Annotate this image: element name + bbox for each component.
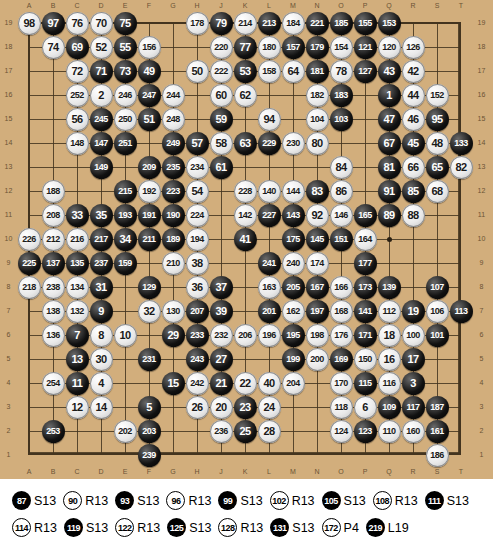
stone-G13: 235 (162, 156, 185, 179)
stone-L14: 229 (258, 132, 281, 155)
stone-H13: 234 (186, 156, 209, 179)
caption-move-stone: 102 (270, 491, 289, 510)
stone-R4: 3 (402, 372, 425, 395)
stone-D4: 4 (90, 372, 113, 395)
column-label: H (185, 467, 209, 477)
column-label: O (329, 1, 353, 11)
stone-K11: 142 (234, 204, 257, 227)
stone-E18: 55 (114, 36, 137, 59)
stone-M7: 162 (282, 300, 305, 323)
row-label: 3 (473, 395, 490, 419)
stone-O19: 185 (330, 12, 353, 35)
stone-T14: 133 (450, 132, 473, 155)
caption-line: 114R13119S13122R13125S13128R13131S13172P… (12, 514, 483, 541)
stone-H6: 233 (186, 324, 209, 347)
stone-N6: 198 (306, 324, 329, 347)
stone-Q13: 81 (378, 156, 401, 179)
stone-A9: 225 (18, 252, 41, 275)
caption-entry: 99S13 (218, 491, 262, 510)
column-label: O (329, 467, 353, 477)
stone-D11: 35 (90, 204, 113, 227)
row-label: 1 (0, 443, 17, 467)
row-label: 15 (0, 107, 17, 131)
stone-R16: 44 (402, 84, 425, 107)
row-label: 5 (0, 347, 17, 371)
caption-move-stone: 219 (366, 518, 385, 537)
stone-F12: 192 (138, 180, 161, 203)
stone-F2: 203 (138, 420, 161, 443)
stone-F11: 191 (138, 204, 161, 227)
stone-C17: 72 (66, 60, 89, 83)
stone-Q15: 47 (378, 108, 401, 131)
column-label: A (17, 467, 41, 477)
stone-N16: 182 (306, 84, 329, 107)
stone-D7: 9 (90, 300, 113, 323)
stone-D6: 8 (90, 324, 113, 347)
stone-L2: 28 (258, 420, 281, 443)
caption-move-stone: 90 (63, 491, 82, 510)
stone-P11: 165 (354, 204, 377, 227)
column-label: K (233, 467, 257, 477)
row-label: 16 (473, 83, 490, 107)
row-label: 11 (0, 203, 17, 227)
column-label: T (449, 467, 473, 477)
caption-move-stone: 131 (270, 518, 289, 537)
row-label: 19 (0, 11, 17, 35)
row-label: 16 (0, 83, 17, 107)
stone-N9: 174 (306, 252, 329, 275)
stone-F7: 32 (138, 300, 161, 323)
column-label: D (89, 1, 113, 11)
caption-point-label: S13 (292, 521, 314, 535)
stone-C11: 33 (66, 204, 89, 227)
stone-M5: 199 (282, 348, 305, 371)
column-label: B (41, 1, 65, 11)
column-label: F (137, 467, 161, 477)
stone-E10: 34 (114, 228, 137, 251)
stone-R18: 126 (402, 36, 425, 59)
stone-A8: 218 (18, 276, 41, 299)
stone-D10: 217 (90, 228, 113, 251)
stone-R7: 19 (402, 300, 425, 323)
caption-point-label: R13 (34, 521, 57, 535)
stone-O17: 78 (330, 60, 353, 83)
caption-move-stone: 114 (12, 518, 31, 537)
row-label: 3 (0, 395, 17, 419)
caption-move-stone: 122 (115, 518, 134, 537)
stone-L6: 196 (258, 324, 281, 347)
caption-point-label: S13 (189, 521, 211, 535)
stone-J8: 37 (210, 276, 233, 299)
stone-J14: 58 (210, 132, 233, 155)
stone-B10: 212 (42, 228, 65, 251)
stone-P19: 155 (354, 12, 377, 35)
stone-A19: 98 (18, 12, 41, 35)
stone-Q3: 109 (378, 396, 401, 419)
caption-entry: 114R13 (12, 518, 57, 537)
stone-R15: 46 (402, 108, 425, 131)
stone-Q17: 43 (378, 60, 401, 83)
stone-O12: 86 (330, 180, 353, 203)
stone-S16: 152 (426, 84, 449, 107)
stone-K6: 206 (234, 324, 257, 347)
row-label: 17 (0, 59, 17, 83)
stone-P18: 121 (354, 36, 377, 59)
stone-H9: 38 (186, 252, 209, 275)
column-label: L (257, 1, 281, 11)
caption-point-label: S13 (86, 521, 108, 535)
row-label: 11 (473, 203, 490, 227)
stone-D19: 70 (90, 12, 113, 35)
stone-K19: 214 (234, 12, 257, 35)
stone-J15: 59 (210, 108, 233, 131)
stone-Q5: 16 (378, 348, 401, 371)
stone-E19: 75 (114, 12, 137, 35)
board-grid[interactable]: 9897767075178792142131842211851551537469… (17, 11, 473, 467)
row-label: 13 (473, 155, 490, 179)
row-label: 13 (0, 155, 17, 179)
caption-point-label: S13 (34, 494, 56, 508)
column-label: G (161, 1, 185, 11)
stone-B12: 188 (42, 180, 65, 203)
stone-H11: 224 (186, 204, 209, 227)
stone-O4: 170 (330, 372, 353, 395)
row-label: 1 (473, 443, 490, 467)
caption-move-stone: 172 (322, 518, 341, 537)
caption-entry: 122R13 (115, 518, 160, 537)
stone-C5: 13 (66, 348, 89, 371)
stone-S2: 161 (426, 420, 449, 443)
stone-J18: 220 (210, 36, 233, 59)
go-board: ABCDEFGHJKLMNOPQRST 19181716151413121110… (0, 0, 493, 479)
stone-C14: 148 (66, 132, 89, 155)
caption-entry: 96R13 (166, 491, 211, 510)
caption-point-label: R13 (292, 494, 315, 508)
column-labels-bottom: ABCDEFGHJKLMNOPQRST (17, 467, 493, 477)
row-label: 12 (0, 179, 17, 203)
stone-C10: 216 (66, 228, 89, 251)
stone-Q18: 120 (378, 36, 401, 59)
stone-H8: 36 (186, 276, 209, 299)
stone-G9: 210 (162, 252, 185, 275)
stone-J19: 79 (210, 12, 233, 35)
stone-N8: 167 (306, 276, 329, 299)
stone-H7: 207 (186, 300, 209, 323)
caption-point-label: S13 (344, 494, 366, 508)
stone-R17: 42 (402, 60, 425, 83)
column-label: B (41, 467, 65, 477)
column-label: H (185, 1, 209, 11)
row-label: 14 (0, 131, 17, 155)
column-label: P (353, 467, 377, 477)
stone-M19: 184 (282, 12, 305, 35)
row-label: 18 (473, 35, 490, 59)
caption-entry: 108R13 (373, 491, 418, 510)
stone-G7: 130 (162, 300, 185, 323)
stone-K4: 22 (234, 372, 257, 395)
stone-L7: 201 (258, 300, 281, 323)
stone-T13: 82 (450, 156, 473, 179)
stone-C16: 252 (66, 84, 89, 107)
stone-O10: 151 (330, 228, 353, 251)
stone-N17: 181 (306, 60, 329, 83)
move-caption: 87S1390R1393S1396R1399S13102R13105S13108… (0, 479, 493, 541)
caption-entry: 102R13 (270, 491, 315, 510)
stone-J7: 39 (210, 300, 233, 323)
stone-F15: 51 (138, 108, 161, 131)
row-label: 4 (0, 371, 17, 395)
stone-J17: 222 (210, 60, 233, 83)
stone-N19: 221 (306, 12, 329, 35)
column-label: M (281, 467, 305, 477)
stone-L4: 40 (258, 372, 281, 395)
caption-move-stone: 96 (166, 491, 185, 510)
row-label: 7 (0, 299, 17, 323)
stone-D16: 2 (90, 84, 113, 107)
stone-L8: 163 (258, 276, 281, 299)
column-label: M (281, 1, 305, 11)
stone-E11: 193 (114, 204, 137, 227)
caption-entry: 93S13 (115, 491, 159, 510)
stone-G11: 190 (162, 204, 185, 227)
row-label: 7 (473, 299, 490, 323)
column-label: R (401, 467, 425, 477)
stone-K14: 63 (234, 132, 257, 155)
stone-C6: 7 (66, 324, 89, 347)
stone-O8: 166 (330, 276, 353, 299)
column-label: P (353, 1, 377, 11)
stone-J16: 60 (210, 84, 233, 107)
stone-Q2: 110 (378, 420, 401, 443)
row-label: 2 (0, 419, 17, 443)
stone-B19: 97 (42, 12, 65, 35)
caption-point-label: L19 (388, 521, 409, 535)
stone-Q6: 18 (378, 324, 401, 347)
stone-F5: 231 (138, 348, 161, 371)
stone-P17: 127 (354, 60, 377, 83)
stone-D18: 52 (90, 36, 113, 59)
stone-B7: 138 (42, 300, 65, 323)
caption-point-label: P4 (344, 521, 359, 535)
stone-K17: 53 (234, 60, 257, 83)
stone-L12: 140 (258, 180, 281, 203)
caption-point-label: S13 (447, 494, 469, 508)
stone-S3: 187 (426, 396, 449, 419)
stone-N18: 179 (306, 36, 329, 59)
stone-H4: 242 (186, 372, 209, 395)
caption-point-label: R13 (188, 494, 211, 508)
stone-S6: 101 (426, 324, 449, 347)
stone-R14: 45 (402, 132, 425, 155)
caption-move-stone: 99 (218, 491, 237, 510)
stone-M17: 64 (282, 60, 305, 83)
stone-G10: 189 (162, 228, 185, 251)
stone-H14: 57 (186, 132, 209, 155)
row-label: 9 (0, 251, 17, 275)
column-label: F (137, 1, 161, 11)
row-label: 2 (473, 419, 490, 443)
stone-S12: 68 (426, 180, 449, 203)
column-label: N (305, 467, 329, 477)
column-label: J (209, 1, 233, 11)
stone-L15: 94 (258, 108, 281, 131)
stone-C9: 135 (66, 252, 89, 275)
stone-E9: 159 (114, 252, 137, 275)
stone-E14: 251 (114, 132, 137, 155)
kifu-diagram: ABCDEFGHJKLMNOPQRST 19181716151413121110… (0, 0, 493, 551)
stone-N10: 145 (306, 228, 329, 251)
stone-K18: 77 (234, 36, 257, 59)
caption-entry: 172P4 (322, 518, 359, 537)
stone-G12: 223 (162, 180, 185, 203)
stone-R11: 88 (402, 204, 425, 227)
row-label: 15 (473, 107, 490, 131)
stone-P3: 6 (354, 396, 377, 419)
stone-B2: 253 (42, 420, 65, 443)
stone-O13: 84 (330, 156, 353, 179)
stone-N14: 80 (306, 132, 329, 155)
stone-R5: 17 (402, 348, 425, 371)
stone-P8: 173 (354, 276, 377, 299)
star-point (387, 237, 392, 242)
column-label: A (17, 1, 41, 11)
row-labels-left: 19181716151413121110987654321 (0, 11, 17, 467)
stone-C18: 69 (66, 36, 89, 59)
stone-P9: 177 (354, 252, 377, 275)
row-label: 18 (0, 35, 17, 59)
stone-F13: 209 (138, 156, 161, 179)
row-label: 12 (473, 179, 490, 203)
stone-C7: 132 (66, 300, 89, 323)
stone-C8: 134 (66, 276, 89, 299)
stone-G4: 15 (162, 372, 185, 395)
stone-Q16: 1 (378, 84, 401, 107)
stone-A10: 226 (18, 228, 41, 251)
stone-O18: 154 (330, 36, 353, 59)
stone-N15: 104 (306, 108, 329, 131)
caption-move-stone: 128 (218, 518, 237, 537)
stone-N5: 200 (306, 348, 329, 371)
stone-J5: 27 (210, 348, 233, 371)
row-label: 10 (0, 227, 17, 251)
stone-Q19: 153 (378, 12, 401, 35)
column-label: Q (377, 467, 401, 477)
caption-entry: 119S13 (64, 518, 108, 537)
stone-E15: 250 (114, 108, 137, 131)
stone-C19: 76 (66, 12, 89, 35)
caption-entry: 87S13 (12, 491, 56, 510)
stone-J2: 236 (210, 420, 233, 443)
stone-O7: 168 (330, 300, 353, 323)
stone-G14: 249 (162, 132, 185, 155)
stone-Q4: 116 (378, 372, 401, 395)
stone-N11: 92 (306, 204, 329, 227)
stone-M4: 204 (282, 372, 305, 395)
caption-move-stone: 111 (425, 491, 444, 510)
stone-D17: 71 (90, 60, 113, 83)
stone-O6: 176 (330, 324, 353, 347)
stone-B6: 136 (42, 324, 65, 347)
stone-P6: 171 (354, 324, 377, 347)
stone-H3: 26 (186, 396, 209, 419)
stone-R12: 85 (402, 180, 425, 203)
stone-E6: 10 (114, 324, 137, 347)
stone-M14: 230 (282, 132, 305, 155)
column-label: E (113, 1, 137, 11)
column-label: Q (377, 1, 401, 11)
caption-point-label: R13 (240, 521, 263, 535)
row-label: 19 (473, 11, 490, 35)
stone-E16: 246 (114, 84, 137, 107)
caption-move-stone: 108 (373, 491, 392, 510)
stone-O5: 169 (330, 348, 353, 371)
row-label: 14 (473, 131, 490, 155)
column-label: R (401, 1, 425, 11)
stone-K16: 62 (234, 84, 257, 107)
stone-D14: 147 (90, 132, 113, 155)
stone-L11: 227 (258, 204, 281, 227)
stone-N7: 197 (306, 300, 329, 323)
stone-C3: 12 (66, 396, 89, 419)
stone-S7: 106 (426, 300, 449, 323)
stone-D5: 30 (90, 348, 113, 371)
stone-F18: 156 (138, 36, 161, 59)
stone-L18: 180 (258, 36, 281, 59)
stone-Q7: 112 (378, 300, 401, 323)
stone-M11: 143 (282, 204, 305, 227)
column-labels-top: ABCDEFGHJKLMNOPQRST (17, 1, 493, 11)
stone-H19: 178 (186, 12, 209, 35)
stone-F10: 211 (138, 228, 161, 251)
stone-B4: 254 (42, 372, 65, 395)
stone-E2: 202 (114, 420, 137, 443)
stone-L3: 24 (258, 396, 281, 419)
stone-C15: 56 (66, 108, 89, 131)
caption-point-label: R13 (137, 521, 160, 535)
row-label: 6 (0, 323, 17, 347)
stone-K2: 25 (234, 420, 257, 443)
caption-entry: 128R13 (218, 518, 263, 537)
stone-O3: 118 (330, 396, 353, 419)
stone-M9: 240 (282, 252, 305, 275)
stone-E17: 73 (114, 60, 137, 83)
row-labels-right: 19181716151413121110987654321 (473, 11, 490, 467)
caption-point-label: S13 (240, 494, 262, 508)
caption-entry: 125S13 (167, 518, 211, 537)
stone-M6: 195 (282, 324, 305, 347)
stone-D3: 14 (90, 396, 113, 419)
row-label: 8 (473, 275, 490, 299)
stone-Q11: 89 (378, 204, 401, 227)
column-label: D (89, 467, 113, 477)
stone-B9: 137 (42, 252, 65, 275)
row-label: 4 (473, 371, 490, 395)
caption-point-label: R13 (395, 494, 418, 508)
stone-L9: 241 (258, 252, 281, 275)
column-label: N (305, 1, 329, 11)
stone-D15: 245 (90, 108, 113, 131)
stone-O11: 146 (330, 204, 353, 227)
stone-M18: 157 (282, 36, 305, 59)
stone-L19: 213 (258, 12, 281, 35)
stone-F8: 129 (138, 276, 161, 299)
stone-H12: 54 (186, 180, 209, 203)
stone-P7: 141 (354, 300, 377, 323)
stone-J13: 61 (210, 156, 233, 179)
stone-O2: 124 (330, 420, 353, 443)
stone-D9: 237 (90, 252, 113, 275)
stone-C4: 11 (66, 372, 89, 395)
